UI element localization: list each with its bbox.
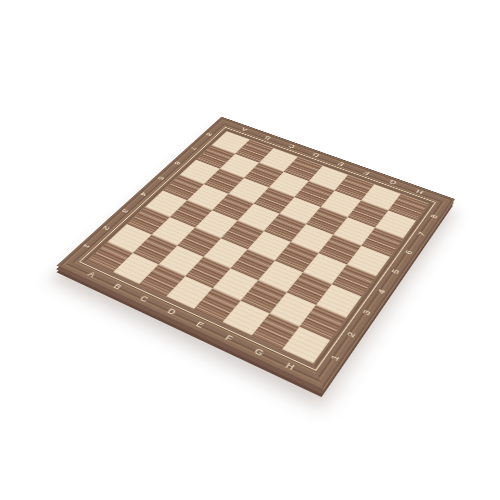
board-squares-grid <box>88 131 429 363</box>
product-photo: ABCDEFGH ABCDEFGH 87654321 87654321 <box>0 0 500 500</box>
chessboard: ABCDEFGH ABCDEFGH 87654321 87654321 <box>57 117 456 391</box>
